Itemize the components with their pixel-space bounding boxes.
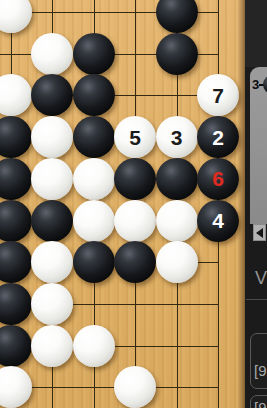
- white-stone[interactable]: [114, 366, 156, 408]
- list-item[interactable]: [9: [250, 333, 267, 389]
- grid-line: [0, 387, 219, 388]
- black-stone[interactable]: [0, 200, 32, 242]
- white-stone[interactable]: [73, 158, 115, 200]
- entry-text: [9: [254, 362, 267, 379]
- white-stone[interactable]: [31, 283, 73, 325]
- stone-move-3[interactable]: 3: [156, 116, 198, 158]
- stone-move-4[interactable]: 4: [197, 200, 239, 242]
- variation-label: V: [255, 268, 267, 289]
- white-stone[interactable]: [31, 116, 73, 158]
- white-stone[interactable]: [0, 74, 32, 116]
- black-stone[interactable]: [31, 74, 73, 116]
- stone-move-5[interactable]: 5: [114, 116, 156, 158]
- black-stone[interactable]: [0, 283, 32, 325]
- move-number-label: 5: [129, 127, 141, 148]
- chevron-left-icon: [256, 228, 263, 238]
- white-stone[interactable]: [73, 325, 115, 367]
- white-stone[interactable]: [31, 158, 73, 200]
- black-stone[interactable]: [73, 116, 115, 158]
- white-stone[interactable]: [114, 200, 156, 242]
- white-stone[interactable]: [31, 241, 73, 283]
- black-stone[interactable]: [0, 116, 32, 158]
- sidebar-top-panel: [245, 0, 267, 67]
- sidebar: 3 V [9 [9: [245, 0, 267, 408]
- white-stone[interactable]: [0, 366, 32, 408]
- sidebar-divider: [246, 299, 267, 300]
- black-stone[interactable]: [156, 0, 198, 33]
- black-stone[interactable]: [114, 158, 156, 200]
- stone-move-2[interactable]: 2: [197, 116, 239, 158]
- move-number-label: 4: [212, 210, 224, 231]
- list-item[interactable]: [9: [250, 395, 267, 408]
- white-stone[interactable]: [0, 0, 32, 33]
- move-number-label: 6: [212, 168, 224, 189]
- black-stone[interactable]: [31, 200, 73, 242]
- stone-move-7[interactable]: 7: [197, 74, 239, 116]
- board-edge-shadow: [237, 0, 245, 408]
- black-stone[interactable]: [156, 33, 198, 75]
- move-number-label: 2: [212, 127, 224, 148]
- black-stone[interactable]: [0, 158, 32, 200]
- move-number-label: 7: [212, 85, 224, 106]
- scroll-left-button[interactable]: [253, 224, 266, 241]
- tree-black-node[interactable]: [263, 75, 267, 94]
- black-stone[interactable]: [156, 158, 198, 200]
- black-stone[interactable]: [114, 241, 156, 283]
- black-stone[interactable]: [73, 74, 115, 116]
- goban[interactable]: 753264: [0, 0, 245, 408]
- black-stone[interactable]: [73, 33, 115, 75]
- white-stone[interactable]: [156, 200, 198, 242]
- black-stone[interactable]: [0, 241, 32, 283]
- white-stone[interactable]: [156, 241, 198, 283]
- stone-move-6[interactable]: 6: [197, 158, 239, 200]
- app-window: 753264 3 V [9 [9: [0, 0, 267, 408]
- black-stone[interactable]: [73, 241, 115, 283]
- entry-text: [9: [254, 399, 267, 408]
- move-number-label: 3: [171, 127, 183, 148]
- white-stone[interactable]: [31, 325, 73, 367]
- white-stone[interactable]: [73, 200, 115, 242]
- game-tree-panel[interactable]: 3: [250, 67, 267, 224]
- white-stone[interactable]: [31, 33, 73, 75]
- black-stone[interactable]: [0, 325, 32, 367]
